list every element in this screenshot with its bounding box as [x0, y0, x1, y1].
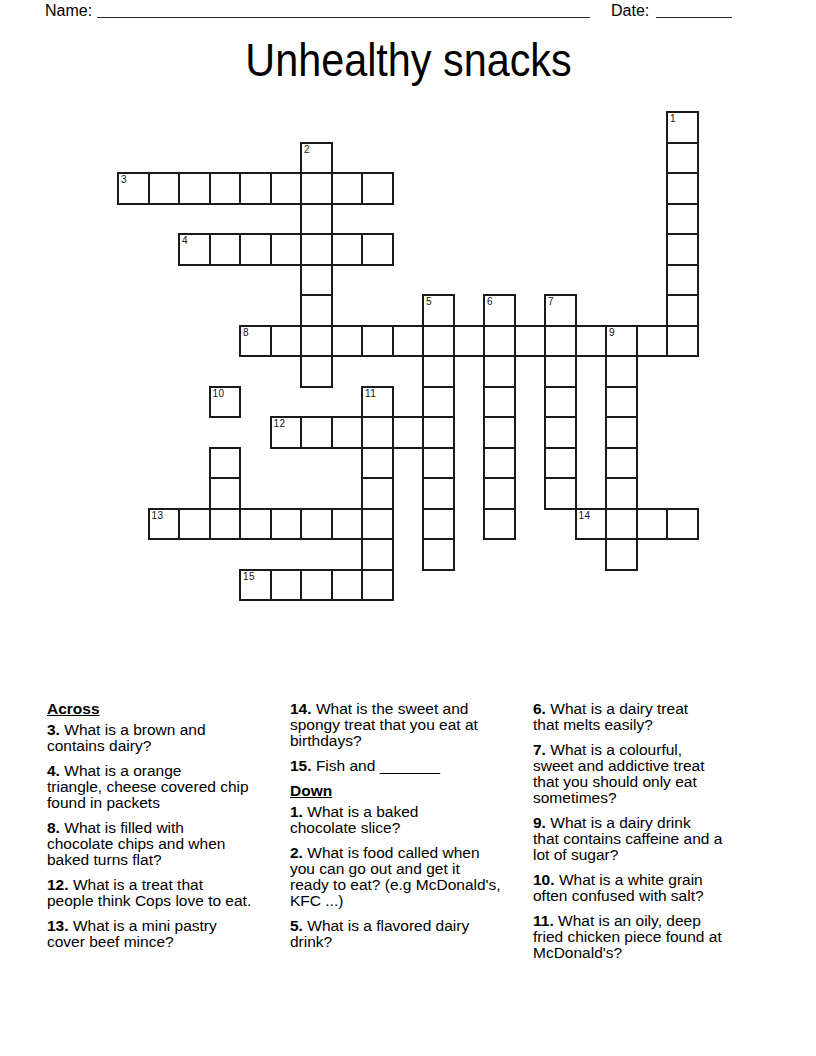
grid-cell-r4c5[interactable]	[270, 233, 303, 266]
grid-cell-r12c14[interactable]	[544, 477, 577, 510]
grid-cell-r4c18[interactable]	[666, 233, 699, 266]
grid-cell-r13c17[interactable]	[636, 508, 669, 541]
clue-14: 14. What is the sweet and spongy treat t…	[290, 701, 530, 749]
grid-cell-r10c5[interactable]: 12	[270, 416, 303, 449]
grid-cell-r11c14[interactable]	[544, 447, 577, 480]
grid-cell-r8c12[interactable]	[483, 355, 516, 388]
clue-6: 6. What is a dairy treat that melts easi…	[533, 701, 777, 733]
grid-cell-r7c5[interactable]	[270, 325, 303, 358]
clue-number-label: 14.	[290, 700, 312, 717]
grid-cell-r7c8[interactable]	[361, 325, 394, 358]
clue-number-label: 11.	[533, 912, 554, 929]
grid-cell-r5c6[interactable]	[300, 264, 333, 297]
clue-number-label: 3.	[47, 721, 60, 738]
grid-cell-r6c18[interactable]	[666, 294, 699, 327]
grid-cell-r13c10[interactable]	[422, 508, 455, 541]
crossword-grid: 123456789101112131415	[117, 111, 699, 602]
clue-text: What is a white grain often confused wit…	[533, 871, 704, 904]
clue-number-14: 14	[579, 510, 591, 521]
grid-cell-r4c2[interactable]: 4	[178, 233, 211, 266]
clue-number-label: 7.	[533, 741, 546, 758]
grid-cell-r7c15[interactable]	[575, 325, 608, 358]
clue-text: What is a colourful, sweet and addictive…	[533, 741, 704, 806]
grid-cell-r2c8[interactable]	[361, 172, 394, 205]
grid-cell-r7c10[interactable]	[422, 325, 455, 358]
grid-cell-r7c7[interactable]	[331, 325, 364, 358]
clue-number-label: 8.	[47, 819, 60, 836]
clue-number-13: 13	[152, 510, 164, 521]
clue-4: 4. What is a orange triangle, cheese cov…	[47, 763, 283, 811]
clue-10: 10. What is a white grain often confused…	[533, 872, 777, 904]
grid-cell-r7c17[interactable]	[636, 325, 669, 358]
grid-cell-r13c6[interactable]	[300, 508, 333, 541]
worksheet-page: { "game": "crossword", "title": "Unhealt…	[0, 0, 816, 1056]
grid-cell-r2c2[interactable]	[178, 172, 211, 205]
grid-cell-r14c8[interactable]	[361, 538, 394, 571]
grid-cell-r6c14[interactable]: 7	[544, 294, 577, 327]
grid-cell-r13c12[interactable]	[483, 508, 516, 541]
grid-cell-r2c0[interactable]: 3	[117, 172, 150, 205]
grid-cell-r1c6[interactable]: 2	[300, 142, 333, 175]
clue-text: Fish and _______	[316, 757, 440, 774]
clue-number-12: 12	[274, 418, 286, 429]
clue-number-6: 6	[487, 296, 493, 307]
clue-number-7: 7	[548, 296, 554, 307]
clue-number-10: 10	[213, 388, 225, 399]
clue-text: What is food called when you can go out …	[290, 844, 501, 909]
grid-cell-r6c6[interactable]	[300, 294, 333, 327]
grid-cell-r12c3[interactable]	[209, 477, 242, 510]
grid-cell-r2c3[interactable]	[209, 172, 242, 205]
clue-number-15: 15	[243, 571, 255, 582]
grid-cell-r7c18[interactable]	[666, 325, 699, 358]
name-blank-line[interactable]	[97, 1, 590, 18]
grid-cell-r2c4[interactable]	[239, 172, 272, 205]
clue-number-1: 1	[670, 113, 676, 124]
grid-cell-r9c3[interactable]: 10	[209, 386, 242, 419]
clue-number-label: 13.	[47, 917, 69, 934]
grid-cell-r7c11[interactable]	[453, 325, 486, 358]
grid-cell-r13c8[interactable]	[361, 508, 394, 541]
grid-cell-r9c16[interactable]	[605, 386, 638, 419]
grid-cell-r7c12[interactable]	[483, 325, 516, 358]
clue-text: What is a treat that people think Cops l…	[47, 876, 251, 909]
grid-cell-r14c16[interactable]	[605, 538, 638, 571]
grid-cell-r13c1[interactable]: 13	[148, 508, 181, 541]
clue-number-label: 9.	[533, 814, 546, 831]
grid-cell-r7c9[interactable]	[392, 325, 425, 358]
grid-cell-r9c10[interactable]	[422, 386, 455, 419]
grid-cell-r15c8[interactable]	[361, 569, 394, 602]
clue-number-11: 11	[365, 388, 376, 399]
grid-cell-r13c7[interactable]	[331, 508, 364, 541]
grid-cell-r7c4[interactable]: 8	[239, 325, 272, 358]
clue-text: What is a orange triangle, cheese covere…	[47, 762, 249, 811]
name-label: Name:	[45, 3, 92, 19]
clue-text: What is filled with chocolate chips and …	[47, 819, 225, 868]
grid-cell-r12c8[interactable]	[361, 477, 394, 510]
clues-column-right: 6. What is a dairy treat that melts easi…	[533, 701, 777, 970]
clue-5: 5. What is a flavored dairy drink?	[290, 918, 530, 950]
grid-cell-r8c14[interactable]	[544, 355, 577, 388]
grid-cell-r3c18[interactable]	[666, 203, 699, 236]
grid-cell-r7c6[interactable]	[300, 325, 333, 358]
grid-cell-r11c10[interactable]	[422, 447, 455, 480]
clue-number-label: 4.	[47, 762, 60, 779]
grid-cell-r5c18[interactable]	[666, 264, 699, 297]
grid-cell-r10c14[interactable]	[544, 416, 577, 449]
grid-cell-r13c18[interactable]	[666, 508, 699, 541]
grid-cell-r4c6[interactable]	[300, 233, 333, 266]
grid-cell-r14c10[interactable]	[422, 538, 455, 571]
clue-text: What is a brown and contains dairy?	[47, 721, 206, 754]
grid-cell-r13c2[interactable]	[178, 508, 211, 541]
clue-number-4: 4	[182, 235, 188, 246]
grid-cell-r7c16[interactable]: 9	[605, 325, 638, 358]
grid-cell-r8c10[interactable]	[422, 355, 455, 388]
grid-cell-r10c8[interactable]	[361, 416, 394, 449]
grid-cell-r4c3[interactable]	[209, 233, 242, 266]
clue-2: 2. What is food called when you can go o…	[290, 845, 530, 909]
grid-cell-r0c18[interactable]: 1	[666, 111, 699, 144]
grid-cell-r4c8[interactable]	[361, 233, 394, 266]
clue-text: What is a dairy drink that contains caff…	[533, 814, 722, 863]
grid-cell-r11c8[interactable]	[361, 447, 394, 480]
grid-cell-r2c1[interactable]	[148, 172, 181, 205]
clue-text: What is the sweet and spongy treat that …	[290, 700, 478, 749]
clue-8: 8. What is filled with chocolate chips a…	[47, 820, 283, 868]
grid-cell-r9c8[interactable]: 11	[361, 386, 394, 419]
grid-cell-r2c18[interactable]	[666, 172, 699, 205]
grid-cell-r10c12[interactable]	[483, 416, 516, 449]
grid-cell-r8c6[interactable]	[300, 355, 333, 388]
clue-9: 9. What is a dairy drink that contains c…	[533, 815, 777, 863]
grid-cell-r10c16[interactable]	[605, 416, 638, 449]
clues-column-middle: 14. What is the sweet and spongy treat t…	[290, 701, 530, 959]
grid-cell-r10c7[interactable]	[331, 416, 364, 449]
clue-1: 1. What is a baked chocolate slice?	[290, 804, 530, 836]
grid-cell-r6c12[interactable]: 6	[483, 294, 516, 327]
clue-number-label: 2.	[290, 844, 303, 861]
clue-13: 13. What is a mini pastry cover beef min…	[47, 918, 283, 950]
grid-cell-r15c4[interactable]: 15	[239, 569, 272, 602]
clue-number-label: 12.	[47, 876, 69, 893]
date-blank-line[interactable]	[656, 1, 732, 18]
clue-number-3: 3	[121, 174, 127, 185]
clue-number-5: 5	[426, 296, 432, 307]
clue-number-9: 9	[609, 327, 615, 338]
clue-3: 3. What is a brown and contains dairy?	[47, 722, 283, 754]
grid-cell-r10c10[interactable]	[422, 416, 455, 449]
grid-cell-r11c12[interactable]	[483, 447, 516, 480]
clue-text: What is a flavored dairy drink?	[290, 917, 469, 950]
grid-cell-r2c5[interactable]	[270, 172, 303, 205]
grid-cell-r7c14[interactable]	[544, 325, 577, 358]
grid-cell-r9c14[interactable]	[544, 386, 577, 419]
clue-text: What is a mini pastry cover beef mince?	[47, 917, 217, 950]
grid-cell-r12c10[interactable]	[422, 477, 455, 510]
clue-number-2: 2	[304, 144, 310, 155]
grid-cell-r9c12[interactable]	[483, 386, 516, 419]
grid-cell-r3c6[interactable]	[300, 203, 333, 236]
clues-across-header: Across	[47, 701, 283, 717]
grid-cell-r11c3[interactable]	[209, 447, 242, 480]
grid-cell-r12c12[interactable]	[483, 477, 516, 510]
clue-number-8: 8	[243, 327, 249, 338]
clue-number-label: 5.	[290, 917, 303, 934]
clue-text: What is a dairy treat that melts easily?	[533, 700, 688, 733]
clues-down-header: Down	[290, 783, 530, 799]
clue-7: 7. What is a colourful, sweet and addict…	[533, 742, 777, 806]
grid-cell-r2c7[interactable]	[331, 172, 364, 205]
clue-11: 11. What is an oily, deep fried chicken …	[533, 913, 777, 961]
clue-text: What is a baked chocolate slice?	[290, 803, 418, 836]
clues-column-left: Across3. What is a brown and contains da…	[47, 701, 283, 959]
grid-cell-r13c15[interactable]: 14	[575, 508, 608, 541]
clue-15: 15. Fish and _______	[290, 758, 530, 774]
grid-cell-r4c7[interactable]	[331, 233, 364, 266]
clue-number-label: 1.	[290, 803, 303, 820]
clue-number-label: 10.	[533, 871, 555, 888]
grid-cell-r4c4[interactable]	[239, 233, 272, 266]
grid-cell-r15c5[interactable]	[270, 569, 303, 602]
grid-cell-r10c6[interactable]	[300, 416, 333, 449]
grid-cell-r11c16[interactable]	[605, 447, 638, 480]
grid-cell-r12c16[interactable]	[605, 477, 638, 510]
grid-cell-r1c18[interactable]	[666, 142, 699, 175]
grid-cell-r13c4[interactable]	[239, 508, 272, 541]
grid-cell-r8c16[interactable]	[605, 355, 638, 388]
grid-cell-r15c7[interactable]	[331, 569, 364, 602]
grid-cell-r15c6[interactable]	[300, 569, 333, 602]
grid-cell-r10c9[interactable]	[392, 416, 425, 449]
grid-cell-r6c10[interactable]: 5	[422, 294, 455, 327]
grid-cell-r7c13[interactable]	[514, 325, 547, 358]
clue-12: 12. What is a treat that people think Co…	[47, 877, 283, 909]
clue-number-label: 6.	[533, 700, 546, 717]
grid-cell-r2c6[interactable]	[300, 172, 333, 205]
puzzle-title: Unhealthy snacks	[0, 33, 816, 86]
date-label: Date:	[611, 3, 649, 19]
grid-cell-r13c3[interactable]	[209, 508, 242, 541]
clue-text: What is an oily, deep fried chicken piec…	[533, 912, 722, 961]
clue-number-label: 15.	[290, 757, 312, 774]
grid-cell-r13c16[interactable]	[605, 508, 638, 541]
grid-cell-r13c5[interactable]	[270, 508, 303, 541]
